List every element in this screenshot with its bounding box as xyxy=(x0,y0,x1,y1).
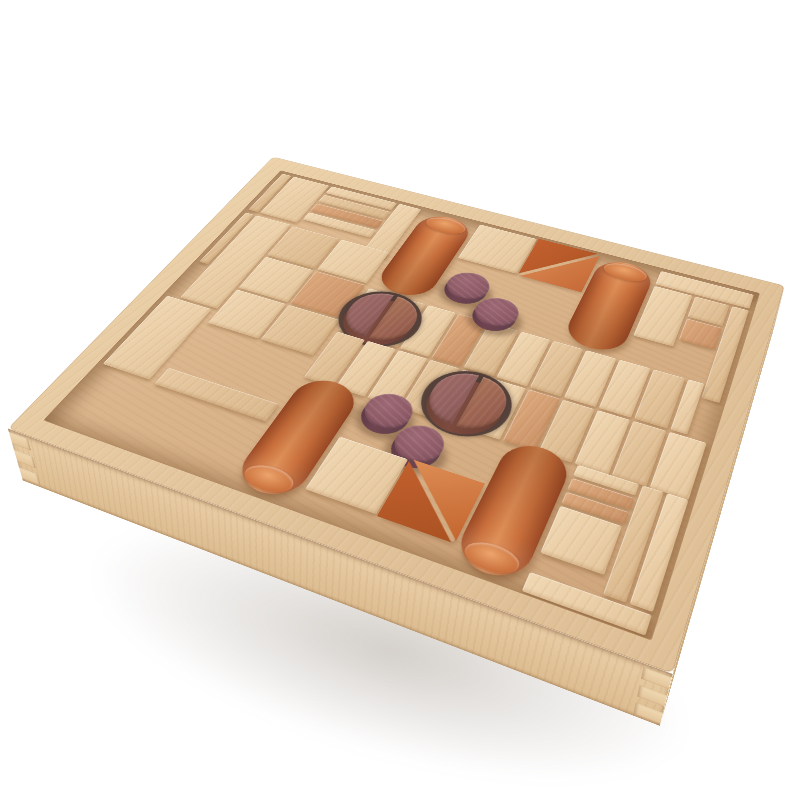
block-br-slat-3[interactable] xyxy=(562,492,629,524)
block-cylinder-4[interactable] xyxy=(450,438,575,585)
disc-side xyxy=(353,394,417,440)
disc-side xyxy=(414,372,512,444)
block-purple-4[interactable] xyxy=(383,420,451,474)
product-photo-scene: Product photo of a beech-wood storage tr… xyxy=(0,0,800,800)
disc-side xyxy=(383,425,448,474)
block-purple-3[interactable] xyxy=(353,389,420,440)
finger-joint xyxy=(637,685,667,707)
disc-cutout xyxy=(407,361,525,447)
block-bl-bottom-plank[interactable] xyxy=(154,368,278,422)
block-br-slat-1[interactable] xyxy=(573,465,639,496)
block-split-disc-2[interactable] xyxy=(414,366,516,444)
disc-half-right xyxy=(456,377,516,437)
block-row2-plank-4[interactable] xyxy=(400,360,459,418)
block-row2-plank-9[interactable] xyxy=(575,410,630,474)
cylinder-end-cap xyxy=(601,260,650,285)
disc-half-left xyxy=(418,366,479,424)
finger-joint xyxy=(19,467,41,485)
block-br-rim-plank-2[interactable] xyxy=(630,493,689,612)
block-br-square[interactable] xyxy=(540,506,622,575)
block-row2-plank-5[interactable] xyxy=(434,369,493,428)
block-br-rim-plank-1[interactable] xyxy=(603,485,664,602)
disc-shadow xyxy=(346,394,424,446)
block-row1-plank-10[interactable] xyxy=(634,369,685,428)
block-row1-plank-9[interactable] xyxy=(599,360,651,418)
block-row2-plank-6[interactable] xyxy=(468,379,526,439)
block-row2-plank-7[interactable] xyxy=(503,389,560,451)
triangle-block xyxy=(377,461,480,542)
triangle-block xyxy=(382,460,485,541)
block-cylinder-3[interactable] xyxy=(230,374,365,503)
disc-top xyxy=(387,420,452,468)
image-caption: Product photo of a beech-wood storage tr… xyxy=(0,0,1,1)
cylinder-end-cap xyxy=(238,460,300,498)
block-row2-plank-10[interactable] xyxy=(612,421,666,487)
block-triangles-2[interactable] xyxy=(379,460,482,541)
block-row2-plank-8[interactable] xyxy=(538,400,594,463)
block-bl-corner-plank[interactable] xyxy=(103,296,212,380)
disc-shadow xyxy=(375,426,455,482)
block-br-slat-2[interactable] xyxy=(568,478,635,510)
block-row2-plank-11[interactable] xyxy=(650,432,707,500)
block-row2-plank-3[interactable] xyxy=(367,350,427,407)
block-cube-2[interactable] xyxy=(305,437,408,515)
block-row1-plank-8[interactable] xyxy=(564,350,617,407)
cylinder-end-cap xyxy=(422,214,469,236)
disc-top xyxy=(357,389,420,434)
cylinder-end-cap xyxy=(459,536,524,579)
finger-joint xyxy=(14,450,36,468)
block-row1-plank-11[interactable] xyxy=(670,379,704,434)
